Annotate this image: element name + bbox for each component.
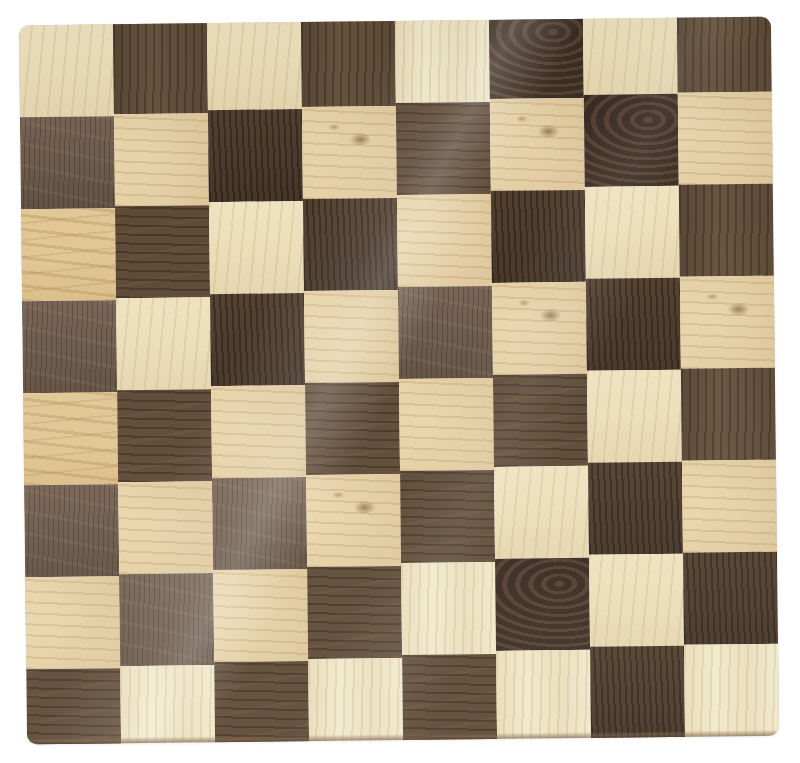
board-column-f xyxy=(489,17,591,743)
square-g1[interactable] xyxy=(590,646,685,739)
board-column-e xyxy=(395,17,497,744)
square-g7[interactable] xyxy=(584,94,679,187)
photo-background xyxy=(0,0,800,763)
board-column-h xyxy=(677,17,779,737)
square-g2[interactable] xyxy=(589,554,684,647)
square-g6[interactable] xyxy=(585,186,680,279)
square-e8[interactable] xyxy=(395,17,490,103)
square-d4[interactable] xyxy=(305,382,400,475)
square-b3[interactable] xyxy=(118,481,213,574)
square-h6[interactable] xyxy=(679,184,774,277)
square-g5[interactable] xyxy=(586,278,681,371)
square-b7[interactable] xyxy=(114,113,209,206)
square-a8[interactable] xyxy=(19,24,114,117)
square-f7[interactable] xyxy=(490,98,585,191)
square-c1[interactable] xyxy=(214,661,309,744)
square-c8[interactable] xyxy=(207,17,302,110)
square-a4[interactable] xyxy=(23,392,118,485)
square-c5[interactable] xyxy=(210,293,305,386)
square-a1[interactable] xyxy=(26,668,121,744)
square-h8[interactable] xyxy=(677,17,772,93)
square-b6[interactable] xyxy=(115,205,210,298)
square-e3[interactable] xyxy=(400,470,495,563)
square-h7[interactable] xyxy=(678,92,773,185)
square-g3[interactable] xyxy=(588,462,683,555)
square-a6[interactable] xyxy=(21,208,116,301)
board-column-d xyxy=(301,17,403,744)
square-d1[interactable] xyxy=(308,658,403,744)
square-e1[interactable] xyxy=(402,654,497,744)
square-c2[interactable] xyxy=(213,569,308,662)
square-a5[interactable] xyxy=(22,300,117,393)
square-h1[interactable] xyxy=(684,644,779,737)
square-c4[interactable] xyxy=(211,385,306,478)
square-f1[interactable] xyxy=(496,650,591,743)
square-e7[interactable] xyxy=(396,102,491,195)
square-h3[interactable] xyxy=(682,460,777,553)
square-e2[interactable] xyxy=(401,562,496,655)
square-b1[interactable] xyxy=(120,665,215,744)
square-b2[interactable] xyxy=(119,573,214,666)
checkerboard xyxy=(19,17,779,744)
square-g8[interactable] xyxy=(583,17,678,95)
square-f2[interactable] xyxy=(495,558,590,651)
square-d7[interactable] xyxy=(302,106,397,199)
square-e6[interactable] xyxy=(397,194,492,287)
square-c7[interactable] xyxy=(208,109,303,202)
square-a2[interactable] xyxy=(25,576,120,669)
square-a3[interactable] xyxy=(24,484,119,577)
square-h5[interactable] xyxy=(680,276,775,369)
square-h4[interactable] xyxy=(681,368,776,461)
square-d2[interactable] xyxy=(307,566,402,659)
square-h2[interactable] xyxy=(683,552,778,645)
square-b8[interactable] xyxy=(113,21,208,114)
square-d3[interactable] xyxy=(306,474,401,567)
square-f3[interactable] xyxy=(494,466,589,559)
square-c6[interactable] xyxy=(209,201,304,294)
square-b5[interactable] xyxy=(116,297,211,390)
square-c3[interactable] xyxy=(212,477,307,570)
board-column-a xyxy=(19,24,121,744)
square-f8[interactable] xyxy=(489,17,584,99)
square-f5[interactable] xyxy=(492,282,587,375)
square-e4[interactable] xyxy=(399,378,494,471)
board-column-c xyxy=(207,17,309,744)
board-column-g xyxy=(583,17,685,739)
square-f4[interactable] xyxy=(493,374,588,467)
square-d8[interactable] xyxy=(301,17,396,107)
board-columns xyxy=(19,17,779,744)
square-f6[interactable] xyxy=(491,190,586,283)
square-g4[interactable] xyxy=(587,370,682,463)
square-a7[interactable] xyxy=(20,116,115,209)
square-d6[interactable] xyxy=(303,198,398,291)
square-d5[interactable] xyxy=(304,290,399,383)
square-b4[interactable] xyxy=(117,389,212,482)
board-column-b xyxy=(113,21,215,744)
square-e5[interactable] xyxy=(398,286,493,379)
